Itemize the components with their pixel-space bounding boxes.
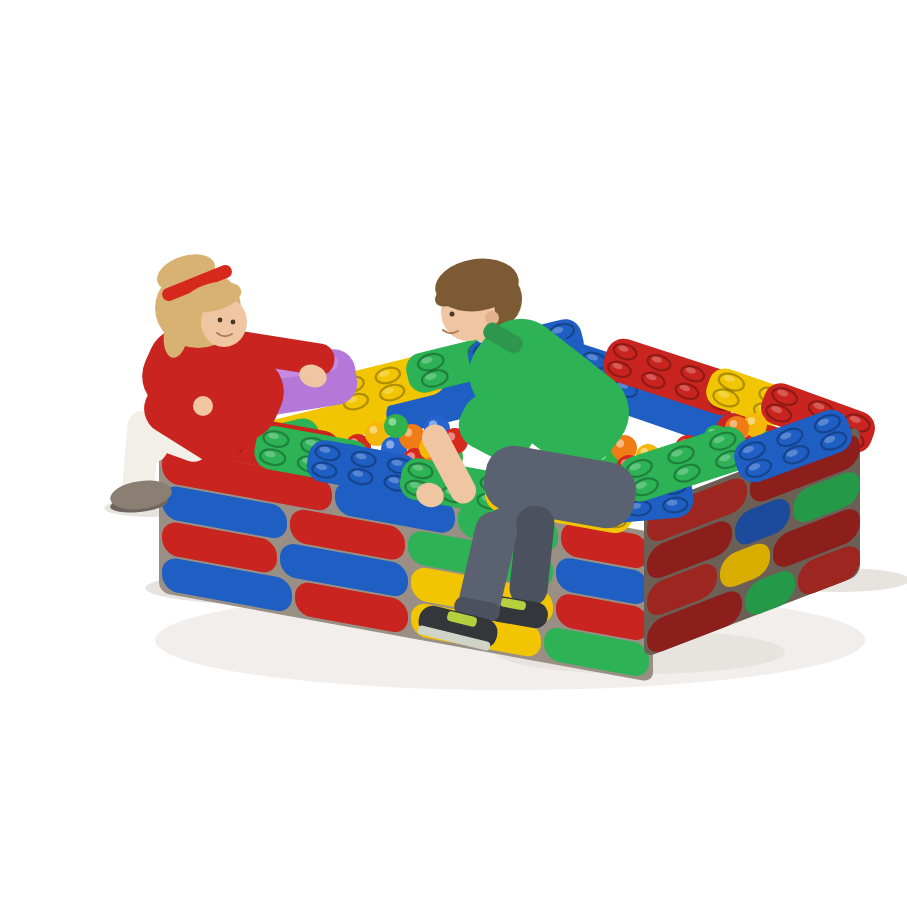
boy-eye xyxy=(450,312,455,317)
girl-eye-right xyxy=(231,320,236,325)
ball-pit-scene-illustration xyxy=(0,0,907,907)
product-photo-canvas xyxy=(0,0,907,907)
ball xyxy=(384,414,408,438)
girl-eye-left xyxy=(218,318,223,323)
girl-left-hand xyxy=(193,396,213,416)
